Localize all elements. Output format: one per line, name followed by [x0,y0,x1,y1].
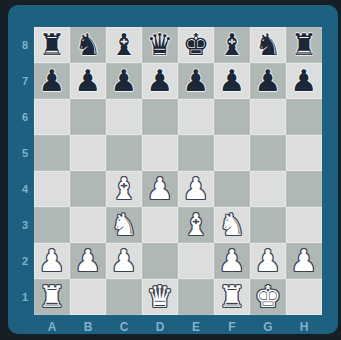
square-d5[interactable] [142,135,178,171]
square-f8[interactable]: ♝ [214,27,250,63]
rank-label-5: 5 [16,135,34,171]
file-label-h: H [286,316,322,337]
piece-black-knight[interactable]: ♞ [75,27,102,63]
piece-black-pawn[interactable]: ♟ [255,63,282,99]
square-f4[interactable] [214,171,250,207]
piece-black-rook[interactable]: ♜ [291,27,318,63]
square-a6[interactable] [34,99,70,135]
square-e7[interactable]: ♟ [178,63,214,99]
square-a8[interactable]: ♜ [34,27,70,63]
piece-white-knight[interactable]: ♞ [111,207,138,243]
chess-board-panel: 87654321 ♜♞♝♛♚♝♞♜♟♟♟♟♟♟♟♟♝♟♟♞♝♞♟♟♟♟♟♟♜♛♜… [8,5,338,334]
square-d7[interactable]: ♟ [142,63,178,99]
square-c5[interactable] [106,135,142,171]
piece-black-bishop[interactable]: ♝ [219,27,246,63]
chess-board[interactable]: ♜♞♝♛♚♝♞♜♟♟♟♟♟♟♟♟♝♟♟♞♝♞♟♟♟♟♟♟♜♛♜♚ [34,27,322,315]
file-label-f: F [214,316,250,337]
square-e5[interactable] [178,135,214,171]
square-e1[interactable] [178,279,214,315]
square-f2[interactable]: ♟ [214,243,250,279]
rank-label-7: 7 [16,63,34,99]
square-c3[interactable]: ♞ [106,207,142,243]
piece-white-pawn[interactable]: ♟ [147,171,174,207]
piece-white-knight[interactable]: ♞ [219,207,246,243]
square-d3[interactable] [142,207,178,243]
piece-white-pawn[interactable]: ♟ [219,243,246,279]
piece-black-knight[interactable]: ♞ [255,27,282,63]
square-f7[interactable]: ♟ [214,63,250,99]
square-g2[interactable]: ♟ [250,243,286,279]
piece-white-rook[interactable]: ♜ [39,279,66,315]
square-c8[interactable]: ♝ [106,27,142,63]
square-g1[interactable]: ♚ [250,279,286,315]
square-b6[interactable] [70,99,106,135]
square-e8[interactable]: ♚ [178,27,214,63]
piece-black-pawn[interactable]: ♟ [39,63,66,99]
square-h3[interactable] [286,207,322,243]
square-g7[interactable]: ♟ [250,63,286,99]
square-g6[interactable] [250,99,286,135]
file-label-e: E [178,316,214,337]
square-b7[interactable]: ♟ [70,63,106,99]
square-e6[interactable] [178,99,214,135]
square-a5[interactable] [34,135,70,171]
square-b3[interactable] [70,207,106,243]
square-b8[interactable]: ♞ [70,27,106,63]
file-label-c: C [106,316,142,337]
rank-label-8: 8 [16,27,34,63]
square-g3[interactable] [250,207,286,243]
square-f5[interactable] [214,135,250,171]
piece-black-pawn[interactable]: ♟ [75,63,102,99]
piece-white-pawn[interactable]: ♟ [111,243,138,279]
square-h5[interactable] [286,135,322,171]
square-c6[interactable] [106,99,142,135]
square-g8[interactable]: ♞ [250,27,286,63]
square-c4[interactable]: ♝ [106,171,142,207]
square-h6[interactable] [286,99,322,135]
square-d1[interactable]: ♛ [142,279,178,315]
rank-labels: 87654321 [16,27,34,315]
square-h4[interactable] [286,171,322,207]
rank-label-3: 3 [16,207,34,243]
piece-black-pawn[interactable]: ♟ [219,63,246,99]
piece-white-bishop[interactable]: ♝ [183,207,210,243]
piece-white-pawn[interactable]: ♟ [75,243,102,279]
square-a4[interactable] [34,171,70,207]
square-c1[interactable] [106,279,142,315]
piece-black-queen[interactable]: ♛ [147,27,174,63]
file-label-a: A [34,316,70,337]
file-label-d: D [142,316,178,337]
piece-black-rook[interactable]: ♜ [39,27,66,63]
square-e2[interactable] [178,243,214,279]
square-a1[interactable]: ♜ [34,279,70,315]
square-b4[interactable] [70,171,106,207]
square-h2[interactable]: ♟ [286,243,322,279]
square-e4[interactable]: ♟ [178,171,214,207]
square-g4[interactable] [250,171,286,207]
square-d4[interactable]: ♟ [142,171,178,207]
square-c2[interactable]: ♟ [106,243,142,279]
piece-black-pawn[interactable]: ♟ [147,63,174,99]
square-h1[interactable] [286,279,322,315]
rank-label-6: 6 [16,99,34,135]
piece-black-pawn[interactable]: ♟ [183,63,210,99]
square-b2[interactable]: ♟ [70,243,106,279]
rank-label-4: 4 [16,171,34,207]
square-e3[interactable]: ♝ [178,207,214,243]
square-h7[interactable]: ♟ [286,63,322,99]
square-a7[interactable]: ♟ [34,63,70,99]
piece-white-pawn[interactable]: ♟ [291,243,318,279]
piece-white-pawn[interactable]: ♟ [183,171,210,207]
file-labels: ABCDEFGH [34,316,322,337]
square-f1[interactable]: ♜ [214,279,250,315]
piece-white-king[interactable]: ♚ [255,279,282,315]
square-c7[interactable]: ♟ [106,63,142,99]
file-label-b: B [70,316,106,337]
piece-white-bishop[interactable]: ♝ [111,171,138,207]
square-d8[interactable]: ♛ [142,27,178,63]
square-b1[interactable] [70,279,106,315]
square-b5[interactable] [70,135,106,171]
square-h8[interactable]: ♜ [286,27,322,63]
square-d6[interactable] [142,99,178,135]
piece-white-pawn[interactable]: ♟ [39,243,66,279]
square-d2[interactable] [142,243,178,279]
piece-white-queen[interactable]: ♛ [147,279,174,315]
piece-black-pawn[interactable]: ♟ [291,63,318,99]
file-label-g: G [250,316,286,337]
piece-white-pawn[interactable]: ♟ [255,243,282,279]
piece-black-pawn[interactable]: ♟ [111,63,138,99]
piece-white-rook[interactable]: ♜ [219,279,246,315]
square-f6[interactable] [214,99,250,135]
square-f3[interactable]: ♞ [214,207,250,243]
square-g5[interactable] [250,135,286,171]
piece-black-bishop[interactable]: ♝ [111,27,138,63]
piece-black-king[interactable]: ♚ [183,27,210,63]
square-a3[interactable] [34,207,70,243]
square-a2[interactable]: ♟ [34,243,70,279]
rank-label-1: 1 [16,279,34,315]
rank-label-2: 2 [16,243,34,279]
